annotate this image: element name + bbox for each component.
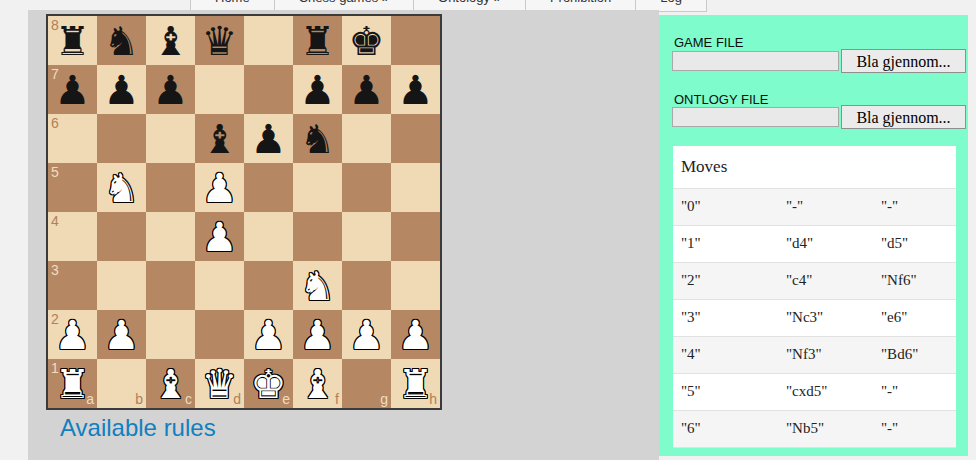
square-f2: ♟ [293,310,342,359]
piece-black-pawn: ♟ [293,65,342,114]
square-b1: b [97,359,146,408]
file-label: g [380,391,388,407]
square-f3: ♞ [293,261,342,310]
square-b7: ♟ [97,65,146,114]
moves-header-row: Moves [673,146,956,188]
move-cell: "Nf3" [778,336,873,373]
move-cell: "2" [673,262,778,299]
square-g3 [342,261,391,310]
rank-label: 2 [51,311,59,327]
piece-white-pawn: ♟ [195,212,244,261]
square-g4 [342,212,391,261]
square-h1: h♜ [391,359,440,408]
square-a5: 5 [48,163,97,212]
file-label: h [429,391,437,407]
file-label: b [135,391,143,407]
move-cell: "-" [778,188,873,225]
main-content: 8♜♞♝♛♜♚7♟♟♟♟♟♟6♝♟♞5♞♟4♟3♞2♟♟♟♟♟♟1a♜bc♝d♛… [28,10,659,460]
available-rules-heading: Available rules [60,414,216,442]
move-cell: "d4" [778,225,873,262]
piece-black-king: ♚ [342,16,391,65]
piece-black-pawn: ♟ [97,65,146,114]
side-panel: GAME FILE Bla gjennom... ONTLOGY FILE Bl… [659,15,968,456]
rank-label: 6 [51,115,59,131]
square-d4: ♟ [195,212,244,261]
square-f4 [293,212,342,261]
piece-black-rook: ♜ [293,16,342,65]
ontology-file-input[interactable] [672,107,839,127]
square-g1: g [342,359,391,408]
square-a6: 6 [48,114,97,163]
square-d5: ♟ [195,163,244,212]
move-cell: "d5" [873,225,956,262]
move-cell: "-" [873,410,956,447]
square-c4 [146,212,195,261]
square-e1: e♚ [244,359,293,408]
piece-black-pawn: ♟ [244,114,293,163]
file-label: a [86,391,94,407]
square-d3 [195,261,244,310]
moves-table: Moves "0""-""-""1""d4""d5""2""c4""Nf6""3… [673,146,956,448]
square-b3 [97,261,146,310]
piece-black-bishop: ♝ [195,114,244,163]
rank-label: 4 [51,213,59,229]
square-c8: ♝ [146,16,195,65]
square-c2 [146,310,195,359]
moves-row-2: "2""c4""Nf6" [673,262,956,299]
game-file-input[interactable] [672,51,839,71]
square-g2: ♟ [342,310,391,359]
square-b6 [97,114,146,163]
piece-black-pawn: ♟ [342,65,391,114]
move-cell: "Nf6" [873,262,956,299]
move-cell: "cxd5" [778,373,873,410]
piece-white-pawn: ♟ [391,310,440,359]
ontology-file-label: ONTLOGY FILE [674,92,768,107]
move-cell: "6" [673,410,778,447]
square-d1: d♛ [195,359,244,408]
piece-black-pawn: ♟ [146,65,195,114]
square-c3 [146,261,195,310]
piece-black-bishop: ♝ [146,16,195,65]
square-h4 [391,212,440,261]
piece-white-pawn: ♟ [97,310,146,359]
square-e6: ♟ [244,114,293,163]
square-c6 [146,114,195,163]
square-e5 [244,163,293,212]
square-d8: ♛ [195,16,244,65]
moves-row-5: "5""cxd5""-" [673,373,956,410]
square-a1: 1a♜ [48,359,97,408]
square-g5 [342,163,391,212]
piece-white-knight: ♞ [97,163,146,212]
piece-black-pawn: ♟ [391,65,440,114]
move-cell: "e6" [873,299,956,336]
move-cell: "Bd6" [873,336,956,373]
ontology-file-browse-button[interactable]: Bla gjennom... [841,105,966,129]
square-f7: ♟ [293,65,342,114]
moves-row-4: "4""Nf3""Bd6" [673,336,956,373]
moves-row-0: "0""-""-" [673,188,956,225]
moves-row-1: "1""d4""d5" [673,225,956,262]
piece-white-pawn: ♟ [342,310,391,359]
move-cell: "4" [673,336,778,373]
square-e3 [244,261,293,310]
square-a4: 4 [48,212,97,261]
rank-label: 8 [51,17,59,33]
move-cell: "Nb5" [778,410,873,447]
move-cell: "Nc3" [778,299,873,336]
moves-header-label: Moves [673,146,778,188]
moves-table-body: "0""-""-""1""d4""d5""2""c4""Nf6""3""Nc3"… [673,188,956,447]
square-f6: ♞ [293,114,342,163]
moves-row-3: "3""Nc3""e6" [673,299,956,336]
square-c7: ♟ [146,65,195,114]
file-label: c [185,391,192,407]
square-d2 [195,310,244,359]
game-file-browse-button[interactable]: Bla gjennom... [841,49,966,73]
move-cell: "1" [673,225,778,262]
square-g6 [342,114,391,163]
piece-black-queen: ♛ [195,16,244,65]
square-c1: c♝ [146,359,195,408]
move-cell: "0" [673,188,778,225]
square-g8: ♚ [342,16,391,65]
rank-label: 5 [51,164,59,180]
file-label: f [335,391,339,407]
square-e2: ♟ [244,310,293,359]
move-cell: "-" [873,373,956,410]
square-f8: ♜ [293,16,342,65]
piece-white-pawn: ♟ [293,310,342,359]
square-a2: 2♟ [48,310,97,359]
chess-board: 8♜♞♝♛♜♚7♟♟♟♟♟♟6♝♟♞5♞♟4♟3♞2♟♟♟♟♟♟1a♜bc♝d♛… [46,14,442,410]
square-e8 [244,16,293,65]
rank-label: 1 [51,360,59,376]
square-h8 [391,16,440,65]
move-cell: "5" [673,373,778,410]
piece-black-knight: ♞ [97,16,146,65]
square-h3 [391,261,440,310]
square-g7: ♟ [342,65,391,114]
piece-white-pawn: ♟ [244,310,293,359]
move-cell: "3" [673,299,778,336]
move-cell: "c4" [778,262,873,299]
square-d7 [195,65,244,114]
rank-label: 7 [51,66,59,82]
square-b2: ♟ [97,310,146,359]
square-b8: ♞ [97,16,146,65]
file-label: e [282,391,290,407]
square-a7: 7♟ [48,65,97,114]
file-label: d [233,391,241,407]
square-b5: ♞ [97,163,146,212]
square-b4 [97,212,146,261]
square-a8: 8♜ [48,16,97,65]
square-h2: ♟ [391,310,440,359]
piece-black-knight: ♞ [293,114,342,163]
square-f1: f♝ [293,359,342,408]
piece-white-pawn: ♟ [195,163,244,212]
square-d6: ♝ [195,114,244,163]
piece-white-knight: ♞ [293,261,342,310]
square-e4 [244,212,293,261]
rank-label: 3 [51,262,59,278]
square-c5 [146,163,195,212]
square-a3: 3 [48,261,97,310]
game-file-label: GAME FILE [674,35,743,50]
move-cell: "-" [873,188,956,225]
square-e7 [244,65,293,114]
square-h5 [391,163,440,212]
square-f5 [293,163,342,212]
square-h7: ♟ [391,65,440,114]
moves-row-6: "6""Nb5""-" [673,410,956,447]
square-h6 [391,114,440,163]
